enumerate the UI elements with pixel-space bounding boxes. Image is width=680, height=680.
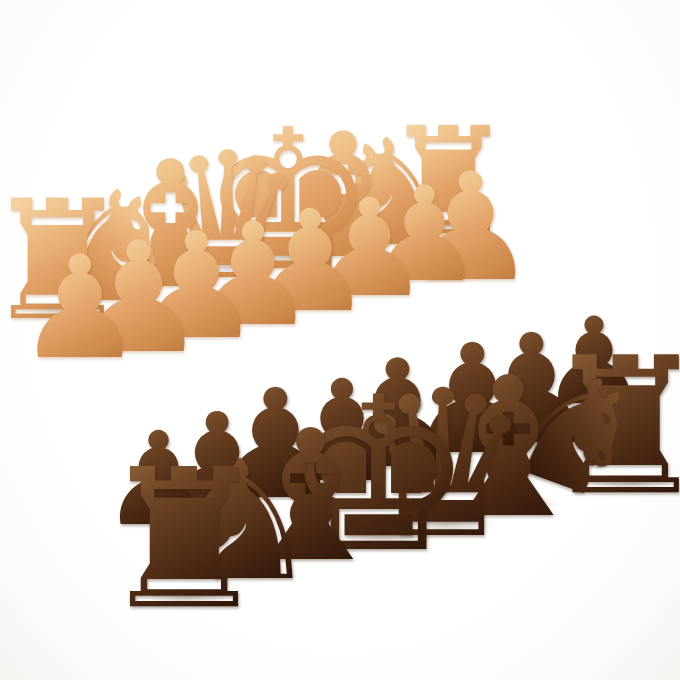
- black-rook-a: ♜: [88, 444, 280, 636]
- white-pawn-1: ♟: [9, 237, 151, 379]
- white-pawn-1-glyph: ♟: [16, 237, 143, 379]
- black-rook-a-glyph: ♜: [98, 444, 270, 636]
- chess-set-photo: ♜♞♝♚♛♟♟♝♟♞♟♜♟♟♟♟♟♟♟♟♟♜♞♟♝♟♟♛♚♝♞♜: [0, 0, 680, 680]
